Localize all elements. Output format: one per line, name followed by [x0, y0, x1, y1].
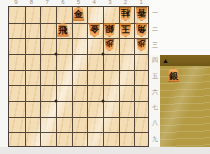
file-label-4: 4: [87, 0, 102, 6]
board-square-6-3[interactable]: [55, 38, 70, 53]
sente-piece-stand: ▲ 銀: [160, 55, 210, 147]
board-square-4-1[interactable]: [86, 7, 101, 22]
board-square-8-2[interactable]: [24, 22, 39, 37]
piece-kanji: 金: [74, 10, 83, 19]
grid-line: [119, 7, 120, 146]
board-square-9-5[interactable]: [9, 69, 24, 84]
board-square-7-5[interactable]: [40, 69, 55, 84]
hoshi-point: [102, 53, 105, 56]
rank-label-4: 四: [151, 57, 159, 64]
board-square-6-1[interactable]: [55, 7, 70, 22]
grid-line: [9, 54, 148, 55]
board-square-5-3[interactable]: [71, 38, 86, 53]
board-square-5-5[interactable]: [71, 69, 86, 84]
file-label-3: 3: [102, 0, 117, 6]
board-square-6-4[interactable]: [55, 53, 70, 68]
board-square-8-1[interactable]: [24, 7, 39, 22]
board-square-7-4[interactable]: [40, 53, 55, 68]
piece-kanji: 銀: [105, 24, 114, 33]
board-square-7-6[interactable]: [40, 84, 55, 99]
grid-line: [9, 132, 148, 133]
board-square-8-5[interactable]: [24, 69, 39, 84]
board-square-6-5[interactable]: [55, 69, 70, 84]
file-label-6: 6: [55, 0, 70, 6]
board-square-4-3[interactable]: [86, 38, 101, 53]
board-square-9-3[interactable]: [9, 38, 24, 53]
board-square-9-1[interactable]: [9, 7, 24, 22]
piece-kanji: 銀: [169, 72, 178, 81]
board-square-9-4[interactable]: [9, 53, 24, 68]
board-square-5-6[interactable]: [71, 84, 86, 99]
grid-line: [9, 38, 148, 39]
board-square-5-4[interactable]: [71, 53, 86, 68]
sente-turn-icon: ▲: [162, 57, 169, 64]
bottom-strip: [0, 147, 210, 154]
board-square-9-2[interactable]: [9, 22, 24, 37]
board-square-7-1[interactable]: [40, 7, 55, 22]
rank-label-9: 九: [151, 136, 159, 143]
file-label-2: 2: [118, 0, 133, 6]
grid-line: [9, 117, 148, 118]
sente-hand-area: 銀: [160, 66, 210, 147]
hoshi-point: [55, 53, 58, 56]
hand-piece-silver[interactable]: 銀: [167, 68, 180, 82]
piece-kanji: 飛: [58, 26, 67, 35]
board-square-4-6[interactable]: [86, 84, 101, 99]
board-square-7-3[interactable]: [40, 38, 55, 53]
piece-kanji: 金: [90, 24, 99, 33]
rank-label-1: 一: [151, 10, 159, 17]
board-square-8-3[interactable]: [24, 38, 39, 53]
piece-kanji: 歩: [106, 40, 114, 49]
piece-kanji: 桂: [121, 8, 130, 17]
rank-label-6: 六: [151, 89, 159, 96]
board-square-8-6[interactable]: [24, 84, 39, 99]
rank-label-7: 七: [151, 104, 159, 111]
grid-line: [9, 101, 148, 102]
file-label-5: 5: [71, 0, 86, 6]
background-panel: [150, 0, 210, 55]
file-label-8: 8: [24, 0, 39, 6]
board-square-5-2[interactable]: [71, 22, 86, 37]
board-square-4-5[interactable]: [86, 69, 101, 84]
rank-label-2: 二: [151, 26, 159, 33]
rank-label-8: 八: [151, 120, 159, 127]
grid-line: [134, 7, 135, 146]
board-square-4-4[interactable]: [86, 53, 101, 68]
hoshi-point: [102, 100, 105, 103]
piece-kanji: 玉: [121, 24, 130, 33]
piece-kanji: 角: [137, 24, 146, 33]
grid-line: [56, 7, 57, 146]
grid-line: [9, 70, 148, 71]
rank-label-5: 五: [151, 73, 159, 80]
grid-line: [40, 7, 41, 146]
grid-line: [103, 7, 104, 146]
piece-kanji: 歩: [137, 40, 145, 49]
grid-line: [25, 7, 26, 146]
board-square-8-4[interactable]: [24, 53, 39, 68]
grid-line: [9, 85, 148, 86]
grid-line: [72, 7, 73, 146]
file-label-9: 9: [8, 0, 23, 6]
rank-label-3: 三: [151, 42, 159, 49]
piece-stand-header: ▲: [160, 55, 210, 66]
hoshi-point: [55, 100, 58, 103]
file-label-1: 1: [134, 0, 149, 6]
shogi-app-window: 987654321 一二三四五六七八九 ▲ 銀 金飛金銀玉角桂香歩歩: [0, 0, 210, 154]
board-square-7-2[interactable]: [40, 22, 55, 37]
file-label-7: 7: [40, 0, 55, 6]
grid-line: [87, 7, 88, 146]
board-square-9-6[interactable]: [9, 84, 24, 99]
piece-kanji: 香: [137, 8, 146, 17]
board-square-6-6[interactable]: [55, 84, 70, 99]
